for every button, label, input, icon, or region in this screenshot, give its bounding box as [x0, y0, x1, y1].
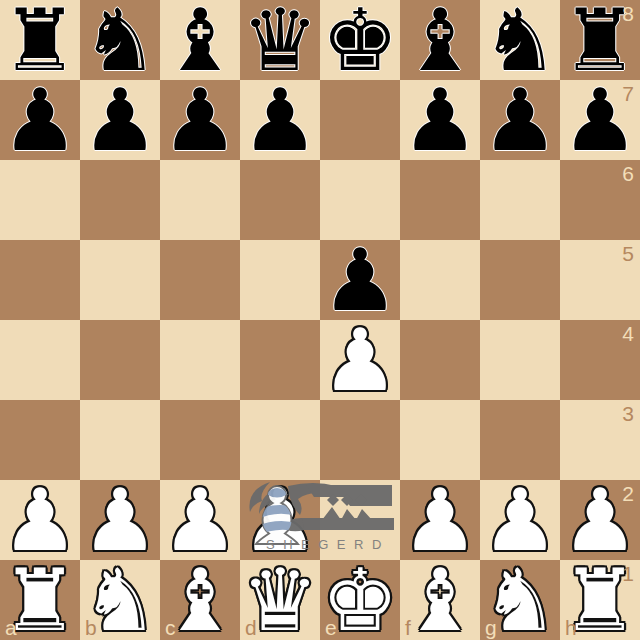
square-a4[interactable]: [0, 320, 80, 400]
square-f2[interactable]: ♟: [400, 480, 480, 560]
square-h1[interactable]: ♜1h: [560, 560, 640, 640]
rank-label-1: 1: [622, 563, 634, 584]
square-f3[interactable]: [400, 400, 480, 480]
square-a1[interactable]: ♜a: [0, 560, 80, 640]
square-c2[interactable]: ♟: [160, 480, 240, 560]
square-c3[interactable]: [160, 400, 240, 480]
square-a6[interactable]: [0, 160, 80, 240]
square-f1[interactable]: ♝f: [400, 560, 480, 640]
square-h5[interactable]: 5: [560, 240, 640, 320]
file-label-a: a: [5, 617, 17, 638]
square-d7[interactable]: ♟: [240, 80, 320, 160]
square-a8[interactable]: ♜: [0, 0, 80, 80]
square-e5[interactable]: ♟: [320, 240, 400, 320]
square-g3[interactable]: [480, 400, 560, 480]
square-c6[interactable]: [160, 160, 240, 240]
square-c7[interactable]: ♟: [160, 80, 240, 160]
square-e4[interactable]: ♟: [320, 320, 400, 400]
square-f7[interactable]: ♟: [400, 80, 480, 160]
piece-white-bishop[interactable]: ♝: [401, 557, 478, 640]
square-h3[interactable]: 3: [560, 400, 640, 480]
square-h7[interactable]: ♟7: [560, 80, 640, 160]
piece-black-pawn[interactable]: ♟: [481, 77, 558, 163]
chess-app: ♜♞♝♛♚♝♞♜8♟♟♟♟♟♟♟76♟5♟43♟♟♟♟♟♟♟2♜a♞b♝c♛d♚…: [0, 0, 640, 640]
square-d2[interactable]: ♟: [240, 480, 320, 560]
piece-black-pawn[interactable]: ♟: [161, 77, 238, 163]
file-label-f: f: [405, 617, 411, 638]
square-c8[interactable]: ♝: [160, 0, 240, 80]
square-e7[interactable]: [320, 80, 400, 160]
square-b3[interactable]: [80, 400, 160, 480]
piece-black-pawn[interactable]: ♟: [241, 77, 318, 163]
rank-label-3: 3: [622, 403, 634, 424]
square-h6[interactable]: 6: [560, 160, 640, 240]
square-f4[interactable]: [400, 320, 480, 400]
square-f6[interactable]: [400, 160, 480, 240]
square-g6[interactable]: [480, 160, 560, 240]
square-g7[interactable]: ♟: [480, 80, 560, 160]
piece-black-pawn[interactable]: ♟: [401, 77, 478, 163]
square-b4[interactable]: [80, 320, 160, 400]
square-b1[interactable]: ♞b: [80, 560, 160, 640]
rank-label-2: 2: [622, 483, 634, 504]
square-c4[interactable]: [160, 320, 240, 400]
square-d4[interactable]: [240, 320, 320, 400]
piece-black-king[interactable]: ♚: [321, 0, 398, 83]
square-b6[interactable]: [80, 160, 160, 240]
square-e6[interactable]: [320, 160, 400, 240]
square-a7[interactable]: ♟: [0, 80, 80, 160]
square-h2[interactable]: ♟2: [560, 480, 640, 560]
square-d8[interactable]: ♛: [240, 0, 320, 80]
square-d5[interactable]: [240, 240, 320, 320]
square-a3[interactable]: [0, 400, 80, 480]
rank-label-4: 4: [622, 323, 634, 344]
rank-label-6: 6: [622, 163, 634, 184]
file-label-g: g: [485, 617, 497, 638]
square-h4[interactable]: 4: [560, 320, 640, 400]
square-a2[interactable]: ♟: [0, 480, 80, 560]
square-g2[interactable]: ♟: [480, 480, 560, 560]
square-g1[interactable]: ♞g: [480, 560, 560, 640]
square-c1[interactable]: ♝c: [160, 560, 240, 640]
chess-board: ♜♞♝♛♚♝♞♜8♟♟♟♟♟♟♟76♟5♟43♟♟♟♟♟♟♟2♜a♞b♝c♛d♚…: [0, 0, 640, 640]
square-c5[interactable]: [160, 240, 240, 320]
file-label-b: b: [85, 617, 97, 638]
square-b8[interactable]: ♞: [80, 0, 160, 80]
square-a5[interactable]: [0, 240, 80, 320]
piece-white-pawn[interactable]: ♟: [321, 317, 398, 403]
square-b5[interactable]: [80, 240, 160, 320]
file-label-e: e: [325, 617, 337, 638]
square-e8[interactable]: ♚: [320, 0, 400, 80]
file-label-h: h: [565, 617, 577, 638]
piece-black-pawn[interactable]: ♟: [1, 77, 78, 163]
square-f5[interactable]: [400, 240, 480, 320]
square-e3[interactable]: [320, 400, 400, 480]
square-g4[interactable]: [480, 320, 560, 400]
file-label-d: d: [245, 617, 257, 638]
square-e1[interactable]: ♚e: [320, 560, 400, 640]
square-f8[interactable]: ♝: [400, 0, 480, 80]
piece-black-pawn[interactable]: ♟: [81, 77, 158, 163]
square-g5[interactable]: [480, 240, 560, 320]
square-d3[interactable]: [240, 400, 320, 480]
square-d6[interactable]: [240, 160, 320, 240]
square-d1[interactable]: ♛d: [240, 560, 320, 640]
file-label-c: c: [165, 617, 176, 638]
square-h8[interactable]: ♜8: [560, 0, 640, 80]
square-g8[interactable]: ♞: [480, 0, 560, 80]
rank-label-5: 5: [622, 243, 634, 264]
square-b7[interactable]: ♟: [80, 80, 160, 160]
rank-label-7: 7: [622, 83, 634, 104]
square-e2[interactable]: [320, 480, 400, 560]
square-b2[interactable]: ♟: [80, 480, 160, 560]
rank-label-8: 8: [622, 3, 634, 24]
